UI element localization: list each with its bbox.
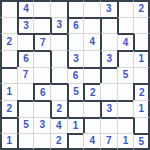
grid-cell[interactable] (33, 50, 50, 67)
grid-cell[interactable]: 3 (67, 50, 84, 67)
grid-cell[interactable]: 3 (100, 100, 117, 117)
given-digit: 4 (89, 37, 95, 47)
grid-cell[interactable] (0, 17, 17, 34)
grid-cell[interactable] (67, 133, 84, 150)
grid-cell[interactable] (100, 17, 117, 34)
grid-cell[interactable]: 4 (17, 0, 34, 17)
grid-cell[interactable] (83, 0, 100, 17)
grid-cell[interactable] (100, 67, 117, 84)
given-digit: 1 (73, 121, 79, 131)
grid-cell[interactable]: 2 (83, 83, 100, 100)
grid-cell[interactable]: 3 (50, 17, 67, 34)
given-digit: 4 (123, 38, 129, 48)
given-digit: 5 (138, 137, 144, 147)
given-digit: 3 (107, 54, 113, 64)
grid-cell[interactable]: 2 (50, 100, 67, 117)
given-digit: 4 (89, 136, 95, 146)
grid-cell[interactable]: 2 (133, 0, 150, 17)
grid-cell[interactable]: 4 (83, 133, 100, 150)
given-digit: 5 (123, 70, 129, 80)
given-digit: 3 (107, 104, 113, 114)
given-digit: 6 (73, 71, 79, 81)
grid-cell[interactable] (83, 117, 100, 134)
grid-cell[interactable] (100, 83, 117, 100)
grid-cell[interactable]: 7 (100, 133, 117, 150)
grid-cell[interactable]: 4 (50, 117, 67, 134)
given-digit: 1 (7, 136, 13, 146)
given-digit: 3 (106, 4, 112, 14)
grid-cell[interactable] (83, 100, 100, 117)
given-digit: 6 (73, 21, 79, 31)
grid-cell[interactable]: 5 (67, 83, 84, 100)
grid-cell[interactable] (117, 50, 134, 67)
grid-cell[interactable]: 4 (83, 33, 100, 50)
given-digit: 1 (138, 104, 144, 114)
grid-cell[interactable] (33, 0, 50, 17)
grid-cell[interactable] (67, 0, 84, 17)
grid-cell[interactable] (133, 117, 150, 134)
given-digit: 7 (23, 70, 29, 80)
given-digit: 2 (139, 88, 145, 98)
given-digit: 5 (23, 120, 29, 130)
grid-cell[interactable] (133, 17, 150, 34)
grid-cell[interactable] (67, 33, 84, 50)
grid-cell[interactable]: 2 (0, 33, 17, 50)
grid-cell[interactable]: 1 (0, 83, 17, 100)
grid-cell[interactable]: 2 (0, 100, 17, 117)
grid-cell[interactable] (117, 17, 134, 34)
grid-cell[interactable] (83, 17, 100, 34)
grid-cell[interactable]: 5 (17, 117, 34, 134)
grid-cell[interactable] (50, 33, 67, 50)
grid-cell[interactable] (0, 0, 17, 17)
grid-cell[interactable] (50, 67, 67, 84)
grid-cell[interactable] (117, 100, 134, 117)
puzzle-screenshot: 432336274463317651652222315341124715 (0, 0, 150, 150)
given-digit: 3 (73, 54, 79, 64)
grid-cell[interactable] (17, 33, 34, 50)
grid-cell[interactable] (17, 100, 34, 117)
grid-cell[interactable] (0, 67, 17, 84)
grid-cell[interactable] (50, 83, 67, 100)
grid-cell[interactable]: 7 (33, 33, 50, 50)
given-digit: 2 (7, 37, 13, 47)
grid-cell[interactable] (133, 33, 150, 50)
given-digit: 6 (40, 88, 46, 98)
grid-cell[interactable] (33, 133, 50, 150)
grid-cell[interactable]: 6 (33, 83, 50, 100)
grid-cell[interactable] (100, 33, 117, 50)
given-digit: 2 (57, 104, 63, 114)
given-digit: 4 (23, 4, 29, 14)
given-digit: 2 (138, 4, 144, 14)
grid-cell[interactable] (117, 117, 134, 134)
grid-cell[interactable]: 1 (0, 133, 17, 150)
given-digit: 2 (56, 136, 62, 146)
suguru-board: 432336274463317651652222315341124715 (0, 0, 150, 150)
given-digit: 7 (106, 136, 112, 146)
grid-cell[interactable]: 6 (67, 67, 84, 84)
grid-cell[interactable] (67, 100, 84, 117)
given-digit: 7 (40, 38, 46, 48)
grid-cell[interactable] (50, 0, 67, 17)
grid-cell[interactable]: 3 (100, 50, 117, 67)
grid-cell[interactable]: 3 (33, 117, 50, 134)
grid-cell[interactable]: 2 (133, 83, 150, 100)
given-digit: 3 (23, 21, 29, 31)
grid-cell[interactable] (83, 50, 100, 67)
grid-cell[interactable]: 7 (17, 67, 34, 84)
grid-cell[interactable]: 5 (133, 133, 150, 150)
given-digit: 1 (138, 54, 144, 64)
given-digit: 5 (73, 87, 79, 97)
given-digit: 2 (90, 88, 96, 98)
grid-cell[interactable]: 3 (100, 0, 117, 17)
given-digit: 1 (123, 136, 129, 146)
grid-cell[interactable]: 5 (117, 67, 134, 84)
grid-cell[interactable]: 2 (50, 133, 67, 150)
grid-cell[interactable] (17, 133, 34, 150)
grid-cell[interactable] (83, 67, 100, 84)
grid-cell[interactable] (0, 50, 17, 67)
grid-cell[interactable]: 1 (133, 50, 150, 67)
grid-cell[interactable] (117, 83, 134, 100)
given-digit: 4 (56, 121, 62, 131)
grid-cell[interactable]: 3 (17, 17, 34, 34)
grid-cell[interactable] (33, 67, 50, 84)
grid-cell[interactable]: 1 (117, 133, 134, 150)
grid-cell[interactable]: 6 (67, 17, 84, 34)
grid-cell[interactable] (0, 117, 17, 134)
given-digit: 1 (7, 87, 13, 97)
grid-cell[interactable]: 4 (117, 33, 134, 50)
grid-cell[interactable] (17, 83, 34, 100)
given-digit: 6 (23, 54, 29, 64)
given-digit: 3 (39, 120, 45, 130)
grid-cell[interactable] (117, 0, 134, 17)
grid-cell[interactable]: 6 (17, 50, 34, 67)
given-digit: 2 (7, 104, 13, 114)
grid-cell[interactable] (133, 67, 150, 84)
grid-cell[interactable]: 1 (133, 100, 150, 117)
grid-cell[interactable]: 1 (67, 117, 84, 134)
grid-cell[interactable] (33, 100, 50, 117)
given-digit: 3 (57, 20, 63, 30)
grid-cell[interactable] (50, 50, 67, 67)
grid-cell[interactable] (100, 117, 117, 134)
grid-cell[interactable] (33, 17, 50, 34)
